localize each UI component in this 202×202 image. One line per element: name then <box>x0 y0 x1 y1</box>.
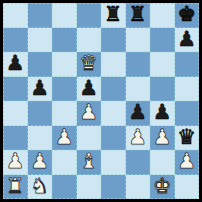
chess-board: ♜♜♚♟♟♛♟♟♟♟♟♟♟♟♛♟♟♝♟♜♞♚ <box>0 0 202 202</box>
square-e2[interactable] <box>101 150 126 175</box>
square-b4[interactable] <box>28 101 53 126</box>
piece-black-king-h8[interactable]: ♚ <box>177 3 196 27</box>
square-b8[interactable] <box>28 3 53 28</box>
piece-white-pawn-a2[interactable]: ♟ <box>6 150 25 174</box>
square-d3[interactable] <box>77 126 102 151</box>
piece-white-pawn-h2[interactable]: ♟ <box>177 150 196 174</box>
square-f1[interactable] <box>126 175 151 200</box>
square-d2[interactable]: ♝ <box>77 150 102 175</box>
square-g5[interactable] <box>150 77 175 102</box>
square-e1[interactable] <box>101 175 126 200</box>
square-g2[interactable] <box>150 150 175 175</box>
piece-white-bishop-d2[interactable]: ♝ <box>79 150 98 174</box>
square-a5[interactable] <box>3 77 28 102</box>
piece-black-pawn-g4[interactable]: ♟ <box>153 101 172 125</box>
square-b1[interactable]: ♞ <box>28 175 53 200</box>
piece-white-pawn-d4[interactable]: ♟ <box>79 101 98 125</box>
square-b2[interactable]: ♟ <box>28 150 53 175</box>
square-f7[interactable] <box>126 28 151 53</box>
square-h4[interactable] <box>175 101 200 126</box>
square-b3[interactable] <box>28 126 53 151</box>
square-h5[interactable] <box>175 77 200 102</box>
square-h8[interactable]: ♚ <box>175 3 200 28</box>
square-e5[interactable] <box>101 77 126 102</box>
square-e6[interactable] <box>101 52 126 77</box>
square-d5[interactable]: ♟ <box>77 77 102 102</box>
piece-white-pawn-b2[interactable]: ♟ <box>30 150 49 174</box>
board-squares: ♜♜♚♟♟♛♟♟♟♟♟♟♟♟♛♟♟♝♟♜♞♚ <box>3 3 199 199</box>
square-a2[interactable]: ♟ <box>3 150 28 175</box>
square-d4[interactable]: ♟ <box>77 101 102 126</box>
piece-black-pawn-f4[interactable]: ♟ <box>128 101 147 125</box>
square-c6[interactable] <box>52 52 77 77</box>
square-a4[interactable] <box>3 101 28 126</box>
piece-black-rook-e8[interactable]: ♜ <box>104 3 123 27</box>
square-h7[interactable]: ♟ <box>175 28 200 53</box>
square-d6[interactable]: ♛ <box>77 52 102 77</box>
square-c3[interactable]: ♟ <box>52 126 77 151</box>
piece-black-queen-h3[interactable]: ♛ <box>177 126 196 150</box>
piece-black-pawn-h7[interactable]: ♟ <box>177 28 196 52</box>
square-c5[interactable] <box>52 77 77 102</box>
piece-white-rook-a1[interactable]: ♜ <box>6 175 25 199</box>
square-g7[interactable] <box>150 28 175 53</box>
square-c7[interactable] <box>52 28 77 53</box>
square-h2[interactable]: ♟ <box>175 150 200 175</box>
square-f4[interactable]: ♟ <box>126 101 151 126</box>
piece-black-rook-f8[interactable]: ♜ <box>128 3 147 27</box>
square-g3[interactable]: ♟ <box>150 126 175 151</box>
square-g4[interactable]: ♟ <box>150 101 175 126</box>
piece-white-queen-d6[interactable]: ♛ <box>79 52 98 76</box>
square-e4[interactable] <box>101 101 126 126</box>
square-c8[interactable] <box>52 3 77 28</box>
piece-white-pawn-g3[interactable]: ♟ <box>153 126 172 150</box>
square-f5[interactable] <box>126 77 151 102</box>
square-d1[interactable] <box>77 175 102 200</box>
square-f3[interactable]: ♟ <box>126 126 151 151</box>
square-g1[interactable]: ♚ <box>150 175 175 200</box>
square-f6[interactable] <box>126 52 151 77</box>
square-a6[interactable]: ♟ <box>3 52 28 77</box>
square-c4[interactable] <box>52 101 77 126</box>
piece-black-pawn-a6[interactable]: ♟ <box>6 52 25 76</box>
square-b7[interactable] <box>28 28 53 53</box>
square-f8[interactable]: ♜ <box>126 3 151 28</box>
square-g6[interactable] <box>150 52 175 77</box>
piece-black-pawn-d5[interactable]: ♟ <box>79 77 98 101</box>
square-d8[interactable] <box>77 3 102 28</box>
square-a3[interactable] <box>3 126 28 151</box>
square-e8[interactable]: ♜ <box>101 3 126 28</box>
piece-white-pawn-c3[interactable]: ♟ <box>55 126 74 150</box>
square-e7[interactable] <box>101 28 126 53</box>
piece-white-pawn-f3[interactable]: ♟ <box>128 126 147 150</box>
square-a8[interactable] <box>3 3 28 28</box>
piece-black-pawn-b5[interactable]: ♟ <box>30 77 49 101</box>
square-g8[interactable] <box>150 3 175 28</box>
square-b5[interactable]: ♟ <box>28 77 53 102</box>
square-c1[interactable] <box>52 175 77 200</box>
square-h1[interactable] <box>175 175 200 200</box>
square-e3[interactable] <box>101 126 126 151</box>
square-c2[interactable] <box>52 150 77 175</box>
square-d7[interactable] <box>77 28 102 53</box>
square-b6[interactable] <box>28 52 53 77</box>
piece-white-king-g1[interactable]: ♚ <box>153 175 172 199</box>
square-h6[interactable] <box>175 52 200 77</box>
square-a1[interactable]: ♜ <box>3 175 28 200</box>
piece-white-knight-b1[interactable]: ♞ <box>30 175 49 199</box>
square-h3[interactable]: ♛ <box>175 126 200 151</box>
square-f2[interactable] <box>126 150 151 175</box>
square-a7[interactable] <box>3 28 28 53</box>
